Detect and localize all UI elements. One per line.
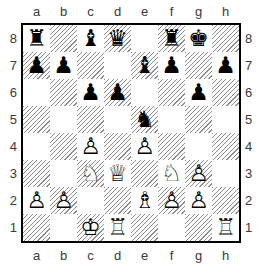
rank-label-left-4: 4: [0, 133, 21, 160]
rank-label-left-3: 3: [0, 160, 21, 187]
square-f7[interactable]: ♟: [158, 52, 185, 79]
square-a4[interactable]: [23, 133, 50, 160]
square-a1[interactable]: [23, 214, 50, 241]
white-knight-outline: ♘: [158, 160, 185, 187]
rank-label-right-4: 4: [241, 133, 261, 160]
white-pawn: ♟♙: [23, 187, 50, 214]
rank-label-left-2: 2: [0, 187, 21, 214]
square-h8[interactable]: [212, 25, 239, 52]
square-c2[interactable]: [77, 187, 104, 214]
square-g3[interactable]: ♟♙: [185, 160, 212, 187]
square-d4[interactable]: [104, 133, 131, 160]
square-h3[interactable]: [212, 160, 239, 187]
square-f4[interactable]: [158, 133, 185, 160]
black-knight: ♞: [131, 106, 158, 133]
square-a7[interactable]: ♟: [23, 52, 50, 79]
rank-label-right-6: 6: [241, 79, 261, 106]
rank-label-right-5: 5: [241, 106, 261, 133]
white-rook-outline: ♖: [212, 214, 239, 241]
file-label-top-f: f: [158, 0, 185, 22]
square-b4[interactable]: [50, 133, 77, 160]
black-pawn: ♟: [212, 52, 239, 79]
square-g2[interactable]: ♟♙: [185, 187, 212, 214]
square-b8[interactable]: [50, 25, 77, 52]
rank-label-left-6: 6: [0, 79, 21, 106]
white-bishop: ♝♗: [131, 187, 158, 214]
white-rook: ♜♖: [212, 214, 239, 241]
square-d6[interactable]: ♟: [104, 79, 131, 106]
rank-labels-right: 87654321: [241, 25, 261, 241]
black-pawn: ♟: [104, 79, 131, 106]
white-bishop-outline: ♗: [131, 187, 158, 214]
square-a6[interactable]: [23, 79, 50, 106]
square-d5[interactable]: [104, 106, 131, 133]
black-pawn: ♟: [185, 79, 212, 106]
square-g6[interactable]: ♟: [185, 79, 212, 106]
black-rook: ♜: [158, 25, 185, 52]
white-pawn-outline: ♙: [185, 187, 212, 214]
rank-labels-left: 87654321: [0, 25, 21, 241]
file-label-top-b: b: [50, 0, 77, 22]
square-d7[interactable]: [104, 52, 131, 79]
file-labels-top: abcdefgh: [23, 0, 239, 22]
white-knight-outline: ♘: [77, 160, 104, 187]
rank-label-right-3: 3: [241, 160, 261, 187]
white-pawn-outline: ♙: [77, 133, 104, 160]
file-labels-bottom: abcdefgh: [23, 244, 239, 267]
square-e4[interactable]: ♟♙: [131, 133, 158, 160]
square-g7[interactable]: [185, 52, 212, 79]
square-d2[interactable]: [104, 187, 131, 214]
white-queen: ♛♕: [104, 160, 131, 187]
square-c1[interactable]: ♚♔: [77, 214, 104, 241]
file-label-top-h: h: [212, 0, 239, 22]
white-pawn-outline: ♙: [50, 187, 77, 214]
white-pawn-outline: ♙: [131, 133, 158, 160]
black-queen: ♛: [104, 25, 131, 52]
file-label-bottom-a: a: [23, 244, 50, 267]
square-e6[interactable]: [131, 79, 158, 106]
rank-label-left-7: 7: [0, 52, 21, 79]
square-c5[interactable]: [77, 106, 104, 133]
square-g4[interactable]: [185, 133, 212, 160]
square-e7[interactable]: ♝: [131, 52, 158, 79]
board: ♜♝♛♜♚♟♟♝♟♟♟♟♟♞♟♙♟♙♞♘♛♕♞♘♟♙♟♙♟♙♝♗♟♙♟♙♚♔♜♖…: [21, 23, 241, 243]
square-a3[interactable]: [23, 160, 50, 187]
black-pawn: ♟: [77, 79, 104, 106]
white-king-outline: ♔: [77, 214, 104, 241]
square-e3[interactable]: [131, 160, 158, 187]
square-e1[interactable]: [131, 214, 158, 241]
white-queen-outline: ♕: [104, 160, 131, 187]
white-pawn-outline: ♙: [23, 187, 50, 214]
file-label-bottom-b: b: [50, 244, 77, 267]
white-king: ♚♔: [77, 214, 104, 241]
white-rook-outline: ♖: [104, 214, 131, 241]
file-label-bottom-d: d: [104, 244, 131, 267]
square-f8[interactable]: ♜: [158, 25, 185, 52]
square-b2[interactable]: ♟♙: [50, 187, 77, 214]
white-knight: ♞♘: [158, 160, 185, 187]
file-label-top-a: a: [23, 0, 50, 22]
square-f2[interactable]: ♟♙: [158, 187, 185, 214]
black-king: ♚: [185, 25, 212, 52]
square-c7[interactable]: [77, 52, 104, 79]
square-h4[interactable]: [212, 133, 239, 160]
square-b7[interactable]: ♟: [50, 52, 77, 79]
square-g8[interactable]: ♚: [185, 25, 212, 52]
file-label-top-c: c: [77, 0, 104, 22]
file-label-bottom-h: h: [212, 244, 239, 267]
white-pawn-outline: ♙: [158, 187, 185, 214]
square-e5[interactable]: ♞: [131, 106, 158, 133]
black-pawn: ♟: [23, 52, 50, 79]
file-label-top-e: e: [131, 0, 158, 22]
rank-label-right-1: 1: [241, 214, 261, 241]
square-d3[interactable]: ♛♕: [104, 160, 131, 187]
square-h2[interactable]: [212, 187, 239, 214]
white-pawn: ♟♙: [185, 160, 212, 187]
square-c3[interactable]: ♞♘: [77, 160, 104, 187]
file-label-bottom-g: g: [185, 244, 212, 267]
square-e2[interactable]: ♝♗: [131, 187, 158, 214]
square-f3[interactable]: ♞♘: [158, 160, 185, 187]
square-f6[interactable]: [158, 79, 185, 106]
rank-label-left-5: 5: [0, 106, 21, 133]
black-pawn: ♟: [158, 52, 185, 79]
white-pawn: ♟♙: [77, 133, 104, 160]
square-b3[interactable]: [50, 160, 77, 187]
white-pawn: ♟♙: [50, 187, 77, 214]
black-bishop: ♝: [131, 52, 158, 79]
square-f5[interactable]: [158, 106, 185, 133]
white-pawn: ♟♙: [185, 187, 212, 214]
square-c8[interactable]: ♝: [77, 25, 104, 52]
white-rook: ♜♖: [104, 214, 131, 241]
square-b5[interactable]: [50, 106, 77, 133]
rank-label-right-2: 2: [241, 187, 261, 214]
black-rook: ♜: [23, 25, 50, 52]
rank-label-right-7: 7: [241, 52, 261, 79]
square-g1[interactable]: [185, 214, 212, 241]
square-c4[interactable]: ♟♙: [77, 133, 104, 160]
square-h7[interactable]: ♟: [212, 52, 239, 79]
square-h6[interactable]: [212, 79, 239, 106]
rank-label-right-8: 8: [241, 25, 261, 52]
white-knight: ♞♘: [77, 160, 104, 187]
file-label-top-g: g: [185, 0, 212, 22]
square-h1[interactable]: ♜♖: [212, 214, 239, 241]
black-bishop: ♝: [77, 25, 104, 52]
file-label-bottom-f: f: [158, 244, 185, 267]
chess-diagram: abcdefgh 87654321 ♜♝♛♜♚♟♟♝♟♟♟♟♟♞♟♙♟♙♞♘♛♕…: [0, 0, 261, 267]
square-b1[interactable]: [50, 214, 77, 241]
square-c6[interactable]: ♟: [77, 79, 104, 106]
file-label-bottom-e: e: [131, 244, 158, 267]
white-pawn: ♟♙: [158, 187, 185, 214]
white-pawn-outline: ♙: [185, 160, 212, 187]
square-a5[interactable]: [23, 106, 50, 133]
square-d8[interactable]: ♛: [104, 25, 131, 52]
file-label-bottom-c: c: [77, 244, 104, 267]
white-pawn: ♟♙: [131, 133, 158, 160]
square-b6[interactable]: [50, 79, 77, 106]
square-e8[interactable]: [131, 25, 158, 52]
square-g5[interactable]: [185, 106, 212, 133]
black-pawn: ♟: [50, 52, 77, 79]
square-d1[interactable]: ♜♖: [104, 214, 131, 241]
square-f1[interactable]: [158, 214, 185, 241]
rank-label-left-1: 1: [0, 214, 21, 241]
square-h5[interactable]: [212, 106, 239, 133]
square-a2[interactable]: ♟♙: [23, 187, 50, 214]
square-a8[interactable]: ♜: [23, 25, 50, 52]
rank-label-left-8: 8: [0, 25, 21, 52]
file-label-top-d: d: [104, 0, 131, 22]
